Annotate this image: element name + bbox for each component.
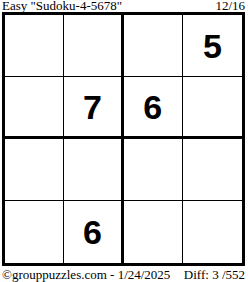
cell-r2c3[interactable]: 6 bbox=[124, 77, 183, 139]
cell-r1c2[interactable] bbox=[64, 15, 123, 77]
cell-r1c1[interactable] bbox=[5, 15, 64, 77]
sudoku-board: 5766 bbox=[2, 12, 245, 266]
cell-r4c4[interactable] bbox=[183, 201, 242, 263]
cell-r1c3[interactable] bbox=[124, 15, 183, 77]
difficulty-text: Diff: 3 /552 bbox=[184, 268, 245, 281]
cell-r4c2[interactable]: 6 bbox=[64, 201, 123, 263]
copyright-text: ©grouppuzzles.com - 1/24/2025 bbox=[2, 268, 170, 281]
puzzle-title: Easy "Sudoku-4-5678" bbox=[2, 0, 122, 12]
cell-r2c2[interactable]: 7 bbox=[64, 77, 123, 139]
cell-r1c4[interactable]: 5 bbox=[183, 15, 242, 77]
cell-r2c1[interactable] bbox=[5, 77, 64, 139]
cell-r4c3[interactable] bbox=[124, 201, 183, 263]
cell-r3c1[interactable] bbox=[5, 139, 64, 201]
cells-remaining-counter: 12/16 bbox=[215, 0, 245, 12]
cell-r2c4[interactable] bbox=[183, 77, 242, 139]
given-digit: 5 bbox=[203, 29, 222, 63]
cell-r3c4[interactable] bbox=[183, 139, 242, 201]
header: Easy "Sudoku-4-5678" 12/16 bbox=[2, 0, 245, 12]
given-digit: 6 bbox=[143, 90, 162, 124]
cell-r4c1[interactable] bbox=[5, 201, 64, 263]
given-digit: 7 bbox=[83, 90, 102, 124]
footer: ©grouppuzzles.com - 1/24/2025 Diff: 3 /5… bbox=[2, 268, 245, 281]
cell-r3c2[interactable] bbox=[64, 139, 123, 201]
given-digit: 6 bbox=[83, 215, 102, 249]
cell-r3c3[interactable] bbox=[124, 139, 183, 201]
